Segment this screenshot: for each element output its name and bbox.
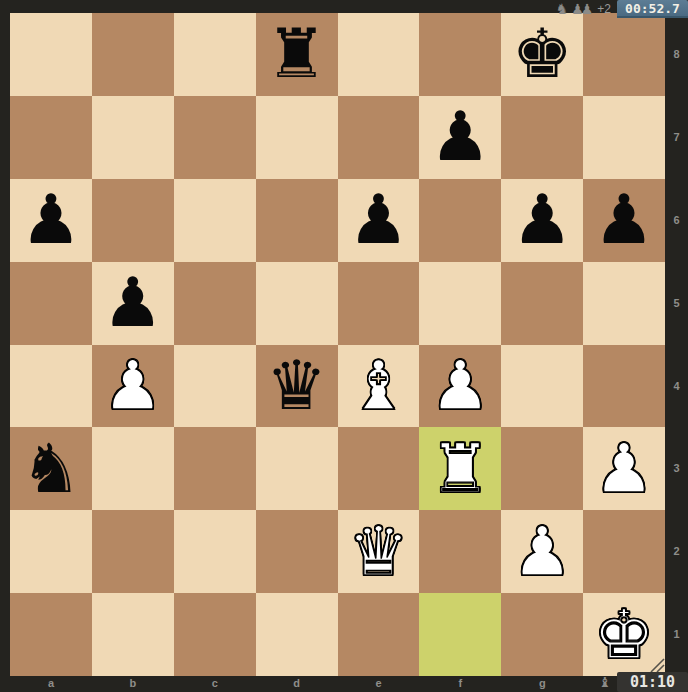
square-f1[interactable] xyxy=(419,593,501,676)
square-c5[interactable] xyxy=(174,262,256,345)
square-e6[interactable]: ♟ xyxy=(338,179,420,262)
piece-black-queen-d4[interactable]: ♛ xyxy=(256,345,338,428)
rank-label-8: 8 xyxy=(665,48,688,60)
piece-black-pawn-e6[interactable]: ♟ xyxy=(338,179,420,262)
square-h3[interactable]: ♟ xyxy=(583,427,665,510)
square-g1[interactable] xyxy=(501,593,583,676)
square-d7[interactable] xyxy=(256,96,338,179)
square-h8[interactable] xyxy=(583,13,665,96)
captured-pawn-icon: ♟ xyxy=(581,2,594,16)
rank-coordinates: 87654321 xyxy=(665,13,688,676)
square-b2[interactable] xyxy=(92,510,174,593)
square-b7[interactable] xyxy=(92,96,174,179)
square-d8[interactable]: ♜ xyxy=(256,13,338,96)
square-c2[interactable] xyxy=(174,510,256,593)
square-c4[interactable] xyxy=(174,345,256,428)
material-advantage-badge: +2 xyxy=(597,2,611,16)
square-c7[interactable] xyxy=(174,96,256,179)
piece-white-rook-f3[interactable]: ♜ xyxy=(419,427,501,510)
piece-white-bishop-e4[interactable]: ♝ xyxy=(338,345,420,428)
square-d4[interactable]: ♛ xyxy=(256,345,338,428)
square-e7[interactable] xyxy=(338,96,420,179)
square-b8[interactable] xyxy=(92,13,174,96)
piece-black-pawn-h6[interactable]: ♟ xyxy=(583,179,665,262)
square-f6[interactable] xyxy=(419,179,501,262)
square-h7[interactable] xyxy=(583,96,665,179)
square-g8[interactable]: ♚ xyxy=(501,13,583,96)
square-g4[interactable] xyxy=(501,345,583,428)
piece-white-pawn-h3[interactable]: ♟ xyxy=(583,427,665,510)
captured-knight-icon: ♞ xyxy=(556,2,569,16)
piece-black-pawn-f7[interactable]: ♟ xyxy=(419,96,501,179)
square-e4[interactable]: ♝ xyxy=(338,345,420,428)
captured-bishop-icon: ♝ xyxy=(598,675,611,689)
board-resize-handle[interactable] xyxy=(647,655,665,673)
square-f2[interactable] xyxy=(419,510,501,593)
square-f8[interactable] xyxy=(419,13,501,96)
piece-black-rook-d8[interactable]: ♜ xyxy=(256,13,338,96)
rank-label-1: 1 xyxy=(665,628,688,640)
square-c1[interactable] xyxy=(174,593,256,676)
square-e8[interactable] xyxy=(338,13,420,96)
square-a3[interactable]: ♞ xyxy=(10,427,92,510)
rank-label-4: 4 xyxy=(665,380,688,392)
square-f3[interactable]: ♜ xyxy=(419,427,501,510)
piece-black-knight-a3[interactable]: ♞ xyxy=(10,427,92,510)
piece-black-king-g8[interactable]: ♚ xyxy=(501,13,583,96)
square-g7[interactable] xyxy=(501,96,583,179)
square-e3[interactable] xyxy=(338,427,420,510)
rank-label-2: 2 xyxy=(665,545,688,557)
square-b5[interactable]: ♟ xyxy=(92,262,174,345)
square-a6[interactable]: ♟ xyxy=(10,179,92,262)
square-e5[interactable] xyxy=(338,262,420,345)
square-b6[interactable] xyxy=(92,179,174,262)
square-f7[interactable]: ♟ xyxy=(419,96,501,179)
bottom-player-bar: ♝ 01:10 xyxy=(0,672,688,692)
square-g2[interactable]: ♟ xyxy=(501,510,583,593)
square-d1[interactable] xyxy=(256,593,338,676)
piece-white-pawn-f4[interactable]: ♟ xyxy=(419,345,501,428)
square-b3[interactable] xyxy=(92,427,174,510)
square-a7[interactable] xyxy=(10,96,92,179)
square-h2[interactable] xyxy=(583,510,665,593)
square-c3[interactable] xyxy=(174,427,256,510)
piece-black-pawn-b5[interactable]: ♟ xyxy=(92,262,174,345)
square-c8[interactable] xyxy=(174,13,256,96)
chess-board[interactable]: ♜♚♟♟♟♟♟♟♟♛♝♟♞♜♟♛♟♚ xyxy=(10,13,665,676)
square-a8[interactable] xyxy=(10,13,92,96)
square-d5[interactable] xyxy=(256,262,338,345)
rank-label-6: 6 xyxy=(665,214,688,226)
square-h5[interactable] xyxy=(583,262,665,345)
captured-pieces-by-white: ♝ xyxy=(598,675,611,689)
captured-pieces-by-black: ♞ ♟ ♟ xyxy=(556,2,594,16)
top-player-bar: ♞ ♟ ♟ +2 00:52.7 xyxy=(0,0,688,18)
piece-black-pawn-a6[interactable]: ♟ xyxy=(10,179,92,262)
square-g5[interactable] xyxy=(501,262,583,345)
square-c6[interactable] xyxy=(174,179,256,262)
square-g6[interactable]: ♟ xyxy=(501,179,583,262)
rank-label-3: 3 xyxy=(665,462,688,474)
piece-black-pawn-g6[interactable]: ♟ xyxy=(501,179,583,262)
square-f5[interactable] xyxy=(419,262,501,345)
square-b1[interactable] xyxy=(92,593,174,676)
square-a1[interactable] xyxy=(10,593,92,676)
piece-white-pawn-g2[interactable]: ♟ xyxy=(501,510,583,593)
square-e2[interactable]: ♛ xyxy=(338,510,420,593)
chess-game-window: ♞ ♟ ♟ +2 00:52.7 ♜♚♟♟♟♟♟♟♟♛♝♟♞♜♟♛♟♚ 8765… xyxy=(0,0,688,692)
square-d2[interactable] xyxy=(256,510,338,593)
square-f4[interactable]: ♟ xyxy=(419,345,501,428)
square-e1[interactable] xyxy=(338,593,420,676)
square-a2[interactable] xyxy=(10,510,92,593)
square-d3[interactable] xyxy=(256,427,338,510)
square-h4[interactable] xyxy=(583,345,665,428)
rank-label-7: 7 xyxy=(665,131,688,143)
square-a5[interactable] xyxy=(10,262,92,345)
piece-white-pawn-b4[interactable]: ♟ xyxy=(92,345,174,428)
black-clock: 00:52.7 xyxy=(617,0,688,18)
square-g3[interactable] xyxy=(501,427,583,510)
square-a4[interactable] xyxy=(10,345,92,428)
square-b4[interactable]: ♟ xyxy=(92,345,174,428)
rank-label-5: 5 xyxy=(665,297,688,309)
piece-white-queen-e2[interactable]: ♛ xyxy=(338,510,420,593)
square-d6[interactable] xyxy=(256,179,338,262)
white-clock: 01:10 xyxy=(617,672,688,692)
square-h6[interactable]: ♟ xyxy=(583,179,665,262)
